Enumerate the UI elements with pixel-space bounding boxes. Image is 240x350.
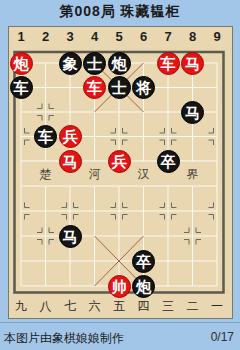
top-file-label-4: 4 bbox=[91, 30, 98, 43]
credit-text: 本图片由象棋娘娘制作 bbox=[4, 330, 124, 347]
top-file-label-1: 1 bbox=[17, 30, 24, 43]
xiangqi-puzzle-app: 第008局 珠藏韫柜 123456789 楚河汉界 九八七六五四三二一 炮象士炮… bbox=[0, 0, 240, 350]
status-bar: 本图片由象棋娘娘制作 0/17 bbox=[0, 322, 240, 350]
bottom-file-label-1: 九 bbox=[15, 300, 27, 312]
bottom-file-label-2: 八 bbox=[40, 300, 52, 312]
piece-black-车[interactable]: 车 bbox=[10, 76, 33, 99]
top-file-label-9: 9 bbox=[213, 30, 220, 43]
top-file-label-5: 5 bbox=[115, 30, 122, 43]
piece-black-将[interactable]: 将 bbox=[132, 76, 155, 99]
piece-black-象[interactable]: 象 bbox=[59, 52, 82, 75]
piece-black-炮[interactable]: 炮 bbox=[108, 52, 131, 75]
bottom-file-label-5: 五 bbox=[113, 300, 125, 312]
piece-black-马[interactable]: 马 bbox=[181, 101, 204, 124]
piece-red-炮[interactable]: 炮 bbox=[10, 52, 33, 75]
piece-black-士[interactable]: 士 bbox=[108, 76, 131, 99]
move-counter: 0/17 bbox=[211, 330, 234, 344]
piece-black-车[interactable]: 车 bbox=[34, 125, 57, 148]
puzzle-title: 第008局 珠藏韫柜 bbox=[0, 3, 240, 21]
top-file-label-6: 6 bbox=[140, 30, 147, 43]
pieces-layer: 炮象士炮车马车车士将马车兵马兵卒马卒帅炮 bbox=[9, 51, 230, 299]
top-file-label-8: 8 bbox=[189, 30, 196, 43]
bottom-file-label-3: 七 bbox=[64, 300, 76, 312]
piece-red-马[interactable]: 马 bbox=[181, 52, 204, 75]
piece-red-帅[interactable]: 帅 bbox=[108, 275, 131, 298]
bottom-file-label-7: 三 bbox=[162, 300, 174, 312]
bottom-file-label-8: 二 bbox=[187, 300, 199, 312]
top-file-label-3: 3 bbox=[66, 30, 73, 43]
piece-red-马[interactable]: 马 bbox=[59, 150, 82, 173]
piece-red-车[interactable]: 车 bbox=[157, 52, 180, 75]
piece-black-炮[interactable]: 炮 bbox=[132, 275, 155, 298]
top-file-label-2: 2 bbox=[42, 30, 49, 43]
bottom-file-label-6: 四 bbox=[138, 300, 150, 312]
piece-black-卒[interactable]: 卒 bbox=[132, 250, 155, 273]
top-file-label-7: 7 bbox=[164, 30, 171, 43]
piece-red-兵[interactable]: 兵 bbox=[108, 150, 131, 173]
piece-black-卒[interactable]: 卒 bbox=[157, 150, 180, 173]
piece-red-兵[interactable]: 兵 bbox=[59, 125, 82, 148]
bottom-file-label-9: 一 bbox=[211, 300, 223, 312]
bottom-file-label-4: 六 bbox=[89, 300, 101, 312]
piece-red-车[interactable]: 车 bbox=[83, 76, 106, 99]
piece-black-马[interactable]: 马 bbox=[59, 225, 82, 248]
piece-black-士[interactable]: 士 bbox=[83, 52, 106, 75]
